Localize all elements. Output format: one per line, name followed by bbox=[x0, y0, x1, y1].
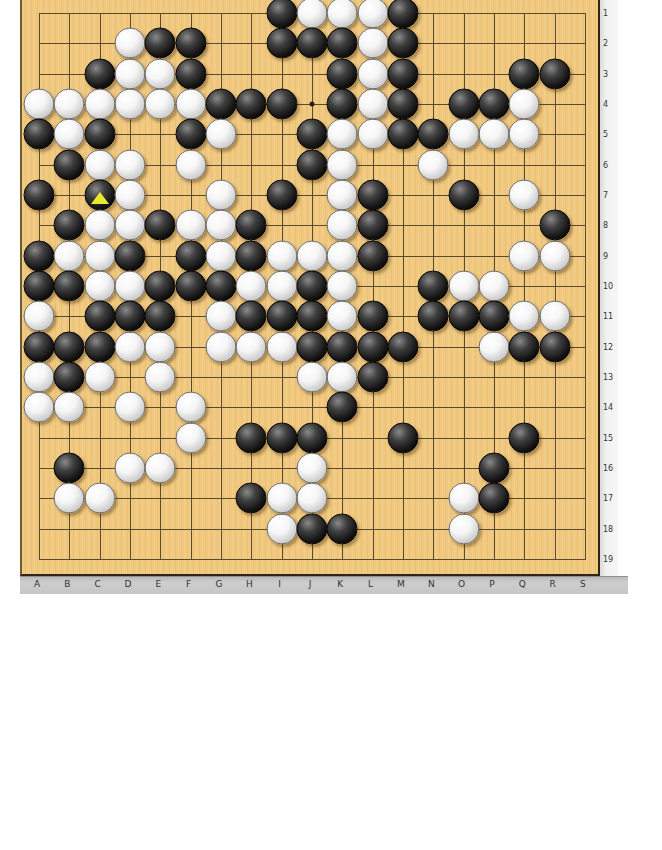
white-stone-C4 bbox=[84, 88, 115, 119]
black-stone-F2 bbox=[175, 28, 206, 59]
black-stone-C3 bbox=[84, 58, 115, 89]
white-stone-G7 bbox=[205, 179, 236, 210]
white-stone-L4 bbox=[357, 88, 388, 119]
black-stone-K14 bbox=[327, 392, 358, 423]
black-stone-O11 bbox=[448, 301, 479, 332]
row-label-19: 19 bbox=[603, 554, 613, 563]
black-stone-J15 bbox=[296, 422, 327, 453]
white-stone-I9 bbox=[266, 240, 297, 271]
black-stone-G4 bbox=[205, 88, 236, 119]
black-stone-H9 bbox=[236, 240, 267, 271]
black-stone-E11 bbox=[145, 301, 176, 332]
white-stone-K6 bbox=[327, 149, 358, 180]
column-label-P: P bbox=[489, 579, 494, 589]
black-stone-H11 bbox=[236, 301, 267, 332]
white-stone-C17 bbox=[84, 483, 115, 514]
column-label-O: O bbox=[458, 579, 465, 589]
white-stone-E12 bbox=[145, 331, 176, 362]
column-label-D: D bbox=[125, 579, 132, 589]
black-stone-H15 bbox=[236, 422, 267, 453]
black-stone-F3 bbox=[175, 58, 206, 89]
white-stone-J16 bbox=[296, 452, 327, 483]
black-stone-Q3 bbox=[509, 58, 540, 89]
white-stone-Q11 bbox=[509, 301, 540, 332]
white-stone-Q4 bbox=[509, 88, 540, 119]
black-stone-C11 bbox=[84, 301, 115, 332]
white-stone-O18 bbox=[448, 513, 479, 544]
white-stone-F6 bbox=[175, 149, 206, 180]
black-stone-B10 bbox=[54, 270, 85, 301]
white-stone-P5 bbox=[478, 119, 509, 150]
white-stone-D8 bbox=[114, 210, 145, 241]
white-stone-K5 bbox=[327, 119, 358, 150]
black-stone-M5 bbox=[387, 119, 418, 150]
white-stone-I17 bbox=[266, 483, 297, 514]
black-stone-B12 bbox=[54, 331, 85, 362]
row-label-strip: 12345678910111213141516171819 bbox=[600, 0, 618, 576]
white-stone-D10 bbox=[114, 270, 145, 301]
row-label-12: 12 bbox=[603, 342, 613, 351]
black-stone-D11 bbox=[114, 301, 145, 332]
row-label-1: 1 bbox=[603, 9, 608, 18]
black-stone-A12 bbox=[24, 331, 55, 362]
white-stone-E13 bbox=[145, 361, 176, 392]
white-stone-L5 bbox=[357, 119, 388, 150]
row-label-10: 10 bbox=[603, 281, 613, 290]
black-stone-K12 bbox=[327, 331, 358, 362]
white-stone-G8 bbox=[205, 210, 236, 241]
white-stone-B9 bbox=[54, 240, 85, 271]
black-stone-L12 bbox=[357, 331, 388, 362]
white-stone-A11 bbox=[24, 301, 55, 332]
black-stone-K4 bbox=[327, 88, 358, 119]
white-stone-F4 bbox=[175, 88, 206, 119]
black-stone-I2 bbox=[266, 28, 297, 59]
white-stone-D14 bbox=[114, 392, 145, 423]
black-stone-A9 bbox=[24, 240, 55, 271]
white-stone-D7 bbox=[114, 179, 145, 210]
black-stone-M12 bbox=[387, 331, 418, 362]
white-stone-F8 bbox=[175, 210, 206, 241]
white-stone-R11 bbox=[539, 301, 570, 332]
black-stone-R3 bbox=[539, 58, 570, 89]
black-stone-B13 bbox=[54, 361, 85, 392]
black-stone-C12 bbox=[84, 331, 115, 362]
white-stone-K10 bbox=[327, 270, 358, 301]
black-stone-O7 bbox=[448, 179, 479, 210]
white-stone-O5 bbox=[448, 119, 479, 150]
white-stone-A14 bbox=[24, 392, 55, 423]
black-stone-R12 bbox=[539, 331, 570, 362]
black-stone-E2 bbox=[145, 28, 176, 59]
row-label-8: 8 bbox=[603, 221, 608, 230]
white-stone-D2 bbox=[114, 28, 145, 59]
white-stone-G11 bbox=[205, 301, 236, 332]
black-stone-A5 bbox=[24, 119, 55, 150]
black-stone-R8 bbox=[539, 210, 570, 241]
black-stone-P4 bbox=[478, 88, 509, 119]
column-label-J: J bbox=[309, 579, 312, 589]
white-stone-D12 bbox=[114, 331, 145, 362]
white-stone-K9 bbox=[327, 240, 358, 271]
white-stone-H10 bbox=[236, 270, 267, 301]
row-label-9: 9 bbox=[603, 251, 608, 260]
black-stone-M2 bbox=[387, 28, 418, 59]
white-stone-I18 bbox=[266, 513, 297, 544]
column-label-L: L bbox=[368, 579, 373, 589]
white-stone-A4 bbox=[24, 88, 55, 119]
white-stone-I10 bbox=[266, 270, 297, 301]
column-label-E: E bbox=[155, 579, 161, 589]
white-stone-A13 bbox=[24, 361, 55, 392]
row-label-7: 7 bbox=[603, 190, 608, 199]
black-stone-B6 bbox=[54, 149, 85, 180]
white-stone-J1 bbox=[296, 0, 327, 29]
black-stone-A10 bbox=[24, 270, 55, 301]
column-label-strip: ABCDEFGHIJKLMNOPQRS bbox=[20, 576, 628, 594]
column-label-N: N bbox=[428, 579, 435, 589]
white-stone-C13 bbox=[84, 361, 115, 392]
black-stone-H17 bbox=[236, 483, 267, 514]
black-stone-P11 bbox=[478, 301, 509, 332]
black-stone-L13 bbox=[357, 361, 388, 392]
black-stone-B8 bbox=[54, 210, 85, 241]
white-stone-D16 bbox=[114, 452, 145, 483]
row-label-11: 11 bbox=[603, 312, 613, 321]
go-board[interactable] bbox=[20, 0, 600, 576]
white-stone-G12 bbox=[205, 331, 236, 362]
white-stone-K13 bbox=[327, 361, 358, 392]
black-stone-M15 bbox=[387, 422, 418, 453]
black-stone-G10 bbox=[205, 270, 236, 301]
black-stone-M1 bbox=[387, 0, 418, 29]
white-stone-C8 bbox=[84, 210, 115, 241]
black-stone-J12 bbox=[296, 331, 327, 362]
white-stone-H12 bbox=[236, 331, 267, 362]
row-label-6: 6 bbox=[603, 160, 608, 169]
white-stone-D3 bbox=[114, 58, 145, 89]
white-stone-C9 bbox=[84, 240, 115, 271]
black-stone-B16 bbox=[54, 452, 85, 483]
black-stone-O4 bbox=[448, 88, 479, 119]
black-stone-K2 bbox=[327, 28, 358, 59]
black-stone-E10 bbox=[145, 270, 176, 301]
black-stone-M4 bbox=[387, 88, 418, 119]
black-stone-J10 bbox=[296, 270, 327, 301]
row-label-16: 16 bbox=[603, 463, 613, 472]
black-stone-L9 bbox=[357, 240, 388, 271]
white-stone-J17 bbox=[296, 483, 327, 514]
white-stone-L2 bbox=[357, 28, 388, 59]
black-stone-K18 bbox=[327, 513, 358, 544]
black-stone-D9 bbox=[114, 240, 145, 271]
black-stone-H4 bbox=[236, 88, 267, 119]
white-stone-E4 bbox=[145, 88, 176, 119]
white-stone-Q5 bbox=[509, 119, 540, 150]
white-stone-K8 bbox=[327, 210, 358, 241]
row-label-4: 4 bbox=[603, 99, 608, 108]
white-stone-E16 bbox=[145, 452, 176, 483]
column-label-M: M bbox=[397, 579, 405, 589]
black-stone-J11 bbox=[296, 301, 327, 332]
black-stone-I15 bbox=[266, 422, 297, 453]
black-stone-J6 bbox=[296, 149, 327, 180]
black-stone-E8 bbox=[145, 210, 176, 241]
black-stone-A7 bbox=[24, 179, 55, 210]
black-stone-N5 bbox=[418, 119, 449, 150]
column-label-Q: Q bbox=[519, 579, 526, 589]
white-stone-K7 bbox=[327, 179, 358, 210]
black-stone-P16 bbox=[478, 452, 509, 483]
black-stone-K3 bbox=[327, 58, 358, 89]
row-label-17: 17 bbox=[603, 494, 613, 503]
black-stone-J2 bbox=[296, 28, 327, 59]
white-stone-N6 bbox=[418, 149, 449, 180]
white-stone-C6 bbox=[84, 149, 115, 180]
white-stone-Q9 bbox=[509, 240, 540, 271]
column-label-K: K bbox=[337, 579, 343, 589]
black-stone-Q15 bbox=[509, 422, 540, 453]
white-stone-F15 bbox=[175, 422, 206, 453]
column-label-C: C bbox=[95, 579, 101, 589]
column-label-S: S bbox=[580, 579, 586, 589]
column-label-G: G bbox=[215, 579, 222, 589]
white-stone-I12 bbox=[266, 331, 297, 362]
white-stone-R9 bbox=[539, 240, 570, 271]
white-stone-B4 bbox=[54, 88, 85, 119]
black-stone-M3 bbox=[387, 58, 418, 89]
white-stone-C10 bbox=[84, 270, 115, 301]
column-label-B: B bbox=[64, 579, 70, 589]
black-stone-F5 bbox=[175, 119, 206, 150]
white-stone-F14 bbox=[175, 392, 206, 423]
white-stone-Q7 bbox=[509, 179, 540, 210]
white-stone-D4 bbox=[114, 88, 145, 119]
column-label-I: I bbox=[278, 579, 281, 589]
black-stone-H8 bbox=[236, 210, 267, 241]
white-stone-G9 bbox=[205, 240, 236, 271]
column-label-A: A bbox=[34, 579, 40, 589]
black-stone-J18 bbox=[296, 513, 327, 544]
last-move-triangle-marker bbox=[91, 192, 109, 204]
white-stone-O17 bbox=[448, 483, 479, 514]
black-stone-L7 bbox=[357, 179, 388, 210]
white-stone-D6 bbox=[114, 149, 145, 180]
grid-line-vertical bbox=[555, 13, 556, 560]
white-stone-K11 bbox=[327, 301, 358, 332]
white-stone-B17 bbox=[54, 483, 85, 514]
white-stone-G5 bbox=[205, 119, 236, 150]
white-stone-J13 bbox=[296, 361, 327, 392]
white-stone-P12 bbox=[478, 331, 509, 362]
black-stone-N10 bbox=[418, 270, 449, 301]
row-label-2: 2 bbox=[603, 39, 608, 48]
black-stone-P17 bbox=[478, 483, 509, 514]
black-stone-F10 bbox=[175, 270, 206, 301]
white-stone-E3 bbox=[145, 58, 176, 89]
row-label-5: 5 bbox=[603, 130, 608, 139]
black-stone-C5 bbox=[84, 119, 115, 150]
row-label-14: 14 bbox=[603, 403, 613, 412]
white-stone-P10 bbox=[478, 270, 509, 301]
column-label-H: H bbox=[246, 579, 253, 589]
row-label-15: 15 bbox=[603, 433, 613, 442]
column-label-F: F bbox=[186, 579, 191, 589]
white-stone-K1 bbox=[327, 0, 358, 29]
white-stone-L1 bbox=[357, 0, 388, 29]
black-stone-Q12 bbox=[509, 331, 540, 362]
white-stone-L3 bbox=[357, 58, 388, 89]
white-stone-J9 bbox=[296, 240, 327, 271]
black-stone-L8 bbox=[357, 210, 388, 241]
black-stone-J5 bbox=[296, 119, 327, 150]
column-label-R: R bbox=[549, 579, 555, 589]
grid-line-horizontal bbox=[39, 559, 586, 560]
black-stone-N11 bbox=[418, 301, 449, 332]
black-stone-I11 bbox=[266, 301, 297, 332]
black-stone-I1 bbox=[266, 0, 297, 29]
white-stone-B14 bbox=[54, 392, 85, 423]
row-label-13: 13 bbox=[603, 372, 613, 381]
white-stone-O10 bbox=[448, 270, 479, 301]
black-stone-I4 bbox=[266, 88, 297, 119]
row-label-3: 3 bbox=[603, 69, 608, 78]
black-stone-L11 bbox=[357, 301, 388, 332]
grid-line-vertical bbox=[585, 13, 586, 560]
star-point bbox=[309, 101, 314, 106]
white-stone-B5 bbox=[54, 119, 85, 150]
black-stone-I7 bbox=[266, 179, 297, 210]
row-label-18: 18 bbox=[603, 524, 613, 533]
black-stone-F9 bbox=[175, 240, 206, 271]
